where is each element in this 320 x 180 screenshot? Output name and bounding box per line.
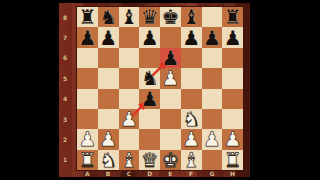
- piece-white-bishop[interactable]: ♝: [182, 150, 200, 170]
- piece-black-pawn[interactable]: ♟: [203, 28, 221, 48]
- piece-white-pawn[interactable]: ♟: [78, 129, 96, 149]
- square-b3[interactable]: [98, 109, 119, 129]
- square-f1[interactable]: ♝: [181, 150, 202, 170]
- piece-white-pawn[interactable]: ♟: [120, 109, 138, 129]
- piece-black-pawn[interactable]: ♟: [99, 28, 117, 48]
- square-h7[interactable]: ♟: [222, 27, 243, 47]
- rank-label-6: 6: [59, 48, 77, 68]
- square-g3[interactable]: [202, 109, 223, 129]
- square-f6[interactable]: [181, 48, 202, 68]
- square-e8[interactable]: ♚: [160, 7, 181, 27]
- square-g4[interactable]: [202, 89, 223, 109]
- square-a2[interactable]: ♟: [77, 129, 98, 149]
- square-b7[interactable]: ♟: [98, 27, 119, 47]
- rank-label-1: 1: [59, 150, 77, 170]
- square-h6[interactable]: [222, 48, 243, 68]
- square-h3[interactable]: [222, 109, 243, 129]
- square-a1[interactable]: ♜: [77, 150, 98, 170]
- square-e4[interactable]: [160, 89, 181, 109]
- square-a4[interactable]: [77, 89, 98, 109]
- piece-black-rook[interactable]: ♜: [78, 7, 96, 27]
- piece-black-knight[interactable]: ♞: [141, 68, 159, 88]
- square-f4[interactable]: [181, 89, 202, 109]
- square-c6[interactable]: [119, 48, 140, 68]
- rank-label-8: 8: [59, 7, 77, 27]
- square-d6[interactable]: [139, 48, 160, 68]
- rank-label-3: 3: [59, 109, 77, 129]
- piece-black-pawn[interactable]: ♟: [224, 28, 242, 48]
- piece-black-knight[interactable]: ♞: [99, 7, 117, 27]
- square-d8[interactable]: ♛: [139, 7, 160, 27]
- square-c4[interactable]: [119, 89, 140, 109]
- rank-label-2: 2: [59, 129, 77, 149]
- square-g8[interactable]: [202, 7, 223, 27]
- piece-black-pawn[interactable]: ♟: [141, 89, 159, 109]
- square-e1[interactable]: ♚: [160, 150, 181, 170]
- square-h1[interactable]: ♜: [222, 150, 243, 170]
- square-a6[interactable]: [77, 48, 98, 68]
- piece-white-queen[interactable]: ♛: [141, 150, 159, 170]
- square-b8[interactable]: ♞: [98, 7, 119, 27]
- piece-black-pawn[interactable]: ♟: [141, 28, 159, 48]
- square-d4[interactable]: ♟: [139, 89, 160, 109]
- piece-black-bishop[interactable]: ♝: [182, 7, 200, 27]
- square-d5[interactable]: ♞: [139, 68, 160, 88]
- square-h4[interactable]: [222, 89, 243, 109]
- square-f5[interactable]: [181, 68, 202, 88]
- piece-white-knight[interactable]: ♞: [182, 109, 200, 129]
- piece-white-king[interactable]: ♚: [161, 150, 179, 170]
- piece-white-rook[interactable]: ♜: [78, 150, 96, 170]
- square-d3[interactable]: [139, 109, 160, 129]
- piece-black-rook[interactable]: ♜: [224, 7, 242, 27]
- chess-board[interactable]: ♜♞♝♛♚♝♜♟♟♟♟♟♟♟♞♟♟♟♞♟♟♟♟♟♜♞♝♛♚♝♜: [77, 7, 243, 170]
- chess-board-frame: 87654321 ABCDEFGH ♜♞♝♛♚♝♜♟♟♟♟♟♟♟♞♟♟♟♞♟♟♟…: [59, 3, 250, 177]
- rank-label-4: 4: [59, 89, 77, 109]
- square-a7[interactable]: ♟: [77, 27, 98, 47]
- piece-black-queen[interactable]: ♛: [141, 7, 159, 27]
- square-c2[interactable]: [119, 129, 140, 149]
- piece-white-bishop[interactable]: ♝: [120, 150, 138, 170]
- square-d2[interactable]: [139, 129, 160, 149]
- video-letterbox-background: 87654321 ABCDEFGH ♜♞♝♛♚♝♜♟♟♟♟♟♟♟♞♟♟♟♞♟♟♟…: [0, 0, 320, 180]
- square-h8[interactable]: ♜: [222, 7, 243, 27]
- piece-white-knight[interactable]: ♞: [99, 150, 117, 170]
- square-e3[interactable]: [160, 109, 181, 129]
- square-f7[interactable]: ♟: [181, 27, 202, 47]
- piece-white-pawn[interactable]: ♟: [99, 129, 117, 149]
- square-b5[interactable]: [98, 68, 119, 88]
- piece-white-pawn[interactable]: ♟: [182, 129, 200, 149]
- square-g7[interactable]: ♟: [202, 27, 223, 47]
- square-b1[interactable]: ♞: [98, 150, 119, 170]
- piece-black-bishop[interactable]: ♝: [120, 7, 138, 27]
- piece-black-king[interactable]: ♚: [161, 7, 179, 27]
- square-h2[interactable]: ♟: [222, 129, 243, 149]
- square-e5[interactable]: ♟: [160, 68, 181, 88]
- square-a8[interactable]: ♜: [77, 7, 98, 27]
- square-c8[interactable]: ♝: [119, 7, 140, 27]
- square-a3[interactable]: [77, 109, 98, 129]
- square-g2[interactable]: ♟: [202, 129, 223, 149]
- square-b2[interactable]: ♟: [98, 129, 119, 149]
- square-c7[interactable]: [119, 27, 140, 47]
- square-b4[interactable]: [98, 89, 119, 109]
- piece-white-pawn[interactable]: ♟: [203, 129, 221, 149]
- rank-labels: 87654321: [59, 7, 77, 170]
- piece-white-pawn[interactable]: ♟: [161, 68, 179, 88]
- rank-label-5: 5: [59, 68, 77, 88]
- rank-label-7: 7: [59, 27, 77, 47]
- piece-black-pawn[interactable]: ♟: [182, 28, 200, 48]
- square-c3[interactable]: ♟: [119, 109, 140, 129]
- square-f8[interactable]: ♝: [181, 7, 202, 27]
- square-g5[interactable]: [202, 68, 223, 88]
- square-f2[interactable]: ♟: [181, 129, 202, 149]
- square-b6[interactable]: [98, 48, 119, 68]
- square-e6[interactable]: ♟: [160, 48, 181, 68]
- square-f3[interactable]: ♞: [181, 109, 202, 129]
- square-g1[interactable]: [202, 150, 223, 170]
- square-e7[interactable]: [160, 27, 181, 47]
- square-a5[interactable]: [77, 68, 98, 88]
- piece-white-pawn[interactable]: ♟: [224, 129, 242, 149]
- square-c5[interactable]: [119, 68, 140, 88]
- square-c1[interactable]: ♝: [119, 150, 140, 170]
- square-e2[interactable]: [160, 129, 181, 149]
- file-label-g: G: [202, 170, 223, 177]
- square-d7[interactable]: ♟: [139, 27, 160, 47]
- piece-black-pawn[interactable]: ♟: [161, 48, 179, 68]
- square-g6[interactable]: [202, 48, 223, 68]
- square-h5[interactable]: [222, 68, 243, 88]
- square-d1[interactable]: ♛: [139, 150, 160, 170]
- piece-black-pawn[interactable]: ♟: [78, 28, 96, 48]
- piece-white-rook[interactable]: ♜: [224, 150, 242, 170]
